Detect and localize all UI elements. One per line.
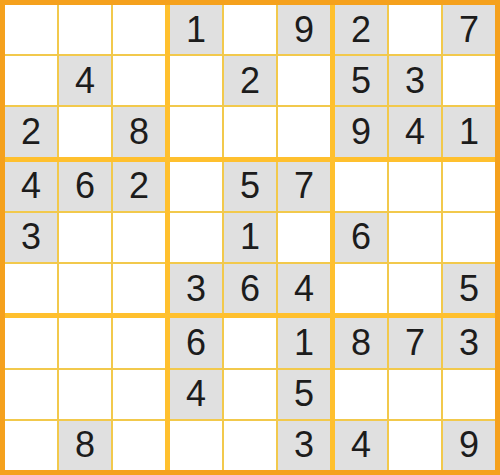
cell-r9c1[interactable] <box>5 421 57 470</box>
cell-r3c6[interactable] <box>278 107 330 156</box>
cell-r3c3[interactable]: 8 <box>113 107 165 156</box>
cell-r5c4[interactable] <box>170 213 222 262</box>
cell-r6c6[interactable]: 4 <box>278 264 330 313</box>
cell-r2c2[interactable]: 4 <box>59 56 111 105</box>
cell-r5c6[interactable] <box>278 213 330 262</box>
cell-r9c6[interactable]: 3 <box>278 421 330 470</box>
cell-r1c1[interactable] <box>5 5 57 54</box>
cell-r1c9[interactable]: 7 <box>443 5 495 54</box>
cell-r4c2[interactable]: 6 <box>59 162 111 211</box>
cell-r6c8[interactable] <box>389 264 441 313</box>
cell-r8c6[interactable]: 5 <box>278 370 330 419</box>
cell-r8c9[interactable] <box>443 370 495 419</box>
cell-r3c1[interactable]: 2 <box>5 107 57 156</box>
cell-r5c1[interactable]: 3 <box>5 213 57 262</box>
cell-r5c8[interactable] <box>389 213 441 262</box>
cell-r9c4[interactable] <box>170 421 222 470</box>
cell-r3c7[interactable]: 9 <box>335 107 387 156</box>
cell-r6c1[interactable] <box>5 264 57 313</box>
cell-r3c5[interactable] <box>224 107 276 156</box>
cell-r7c1[interactable] <box>5 318 57 367</box>
cell-r2c3[interactable] <box>113 56 165 105</box>
box-7: 8 <box>5 318 165 470</box>
cell-r3c8[interactable]: 4 <box>389 107 441 156</box>
cell-r7c3[interactable] <box>113 318 165 367</box>
cell-r6c3[interactable] <box>113 264 165 313</box>
box-8: 61453 <box>170 318 330 470</box>
cell-r7c4[interactable]: 6 <box>170 318 222 367</box>
cell-r8c4[interactable]: 4 <box>170 370 222 419</box>
cell-r4c6[interactable]: 7 <box>278 162 330 211</box>
sudoku-board: 428192275394146235713646586145387349 <box>0 0 500 475</box>
cell-r4c9[interactable] <box>443 162 495 211</box>
cell-r6c9[interactable]: 5 <box>443 264 495 313</box>
box-2: 192 <box>170 5 330 157</box>
cell-r2c1[interactable] <box>5 56 57 105</box>
box-4: 4623 <box>5 162 165 314</box>
cell-r4c5[interactable]: 5 <box>224 162 276 211</box>
cell-r1c4[interactable]: 1 <box>170 5 222 54</box>
cell-r4c8[interactable] <box>389 162 441 211</box>
cell-r8c8[interactable] <box>389 370 441 419</box>
cell-r1c8[interactable] <box>389 5 441 54</box>
cell-r5c5[interactable]: 1 <box>224 213 276 262</box>
cell-r8c7[interactable] <box>335 370 387 419</box>
cell-r1c5[interactable] <box>224 5 276 54</box>
cell-r1c6[interactable]: 9 <box>278 5 330 54</box>
cell-r6c4[interactable]: 3 <box>170 264 222 313</box>
cell-r1c2[interactable] <box>59 5 111 54</box>
cell-r2c8[interactable]: 3 <box>389 56 441 105</box>
cell-r9c9[interactable]: 9 <box>443 421 495 470</box>
box-1: 428 <box>5 5 165 157</box>
cell-r4c1[interactable]: 4 <box>5 162 57 211</box>
cell-r8c2[interactable] <box>59 370 111 419</box>
cell-r6c7[interactable] <box>335 264 387 313</box>
cell-r9c2[interactable]: 8 <box>59 421 111 470</box>
box-5: 571364 <box>170 162 330 314</box>
cell-r5c9[interactable] <box>443 213 495 262</box>
cell-r9c3[interactable] <box>113 421 165 470</box>
cell-r2c9[interactable] <box>443 56 495 105</box>
cell-r1c3[interactable] <box>113 5 165 54</box>
cell-r5c3[interactable] <box>113 213 165 262</box>
cell-r7c2[interactable] <box>59 318 111 367</box>
cell-r3c2[interactable] <box>59 107 111 156</box>
cell-r7c5[interactable] <box>224 318 276 367</box>
cell-r7c9[interactable]: 3 <box>443 318 495 367</box>
box-6: 65 <box>335 162 495 314</box>
cell-r2c7[interactable]: 5 <box>335 56 387 105</box>
cell-r9c7[interactable]: 4 <box>335 421 387 470</box>
cell-r4c3[interactable]: 2 <box>113 162 165 211</box>
box-9: 87349 <box>335 318 495 470</box>
cell-r8c5[interactable] <box>224 370 276 419</box>
cell-r4c7[interactable] <box>335 162 387 211</box>
cell-r8c3[interactable] <box>113 370 165 419</box>
cell-r9c5[interactable] <box>224 421 276 470</box>
cell-r2c5[interactable]: 2 <box>224 56 276 105</box>
cell-r7c6[interactable]: 1 <box>278 318 330 367</box>
cell-r6c2[interactable] <box>59 264 111 313</box>
cell-r3c9[interactable]: 1 <box>443 107 495 156</box>
cell-r9c8[interactable] <box>389 421 441 470</box>
cell-r5c2[interactable] <box>59 213 111 262</box>
cell-r2c6[interactable] <box>278 56 330 105</box>
cell-r7c7[interactable]: 8 <box>335 318 387 367</box>
cell-r4c4[interactable] <box>170 162 222 211</box>
cell-r3c4[interactable] <box>170 107 222 156</box>
cell-r1c7[interactable]: 2 <box>335 5 387 54</box>
cell-r7c8[interactable]: 7 <box>389 318 441 367</box>
cell-r5c7[interactable]: 6 <box>335 213 387 262</box>
cell-r6c5[interactable]: 6 <box>224 264 276 313</box>
cell-r8c1[interactable] <box>5 370 57 419</box>
cell-r2c4[interactable] <box>170 56 222 105</box>
box-3: 2753941 <box>335 5 495 157</box>
